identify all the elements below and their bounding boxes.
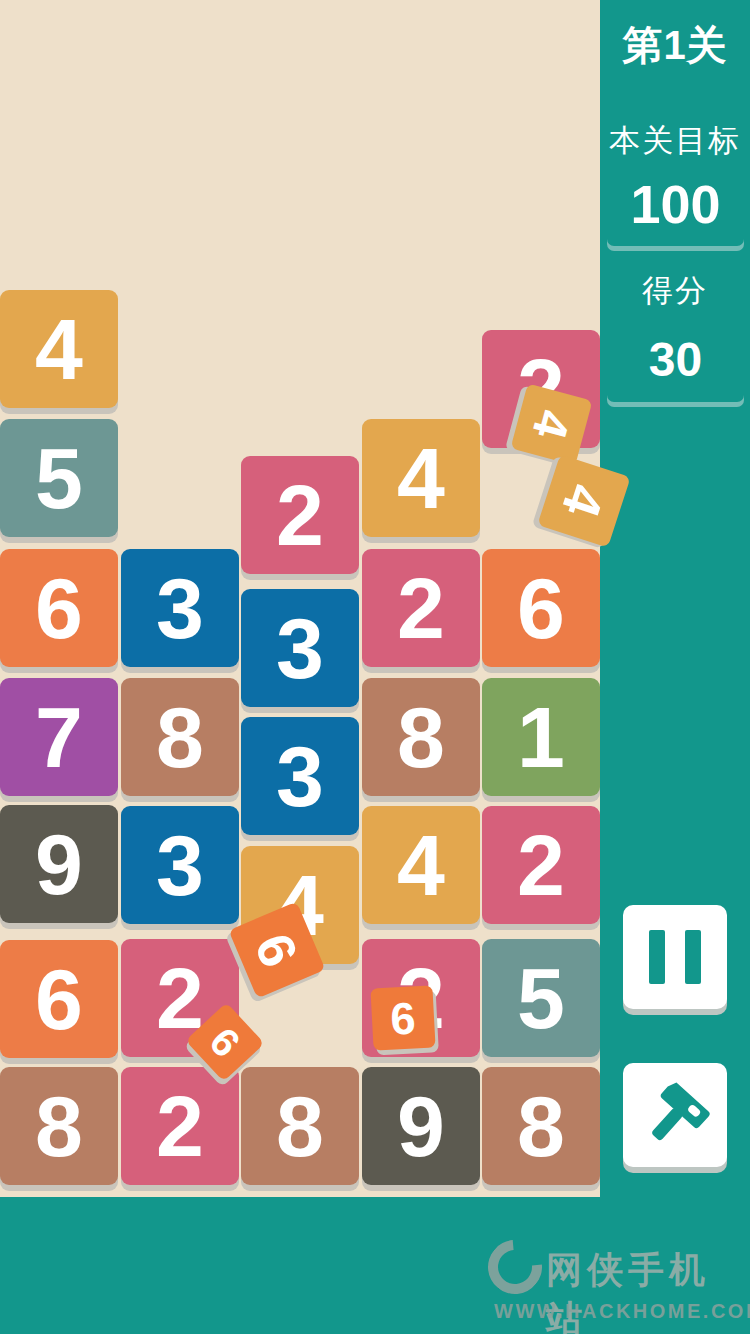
tile-2[interactable]: 2	[121, 1067, 239, 1185]
hammer-button[interactable]	[623, 1063, 727, 1167]
target-value: 100	[630, 173, 720, 235]
tile-2[interactable]: 2	[482, 806, 600, 924]
tile-6[interactable]: 6	[0, 940, 118, 1058]
game-screen: 4567968383222334842842926125844666 第1关 本…	[0, 0, 750, 1334]
target-label: 本关目标	[600, 120, 750, 162]
falling-tile-6[interactable]: 6	[370, 985, 435, 1050]
tile-3[interactable]: 3	[241, 717, 359, 835]
tile-8[interactable]: 8	[121, 678, 239, 796]
tile-5[interactable]: 5	[0, 419, 118, 537]
playfield: 4567968383222334842842926125844666	[0, 0, 600, 1197]
watermark-site-url: WWW.HACKHOME.COM	[494, 1300, 750, 1323]
tile-6[interactable]: 6	[0, 549, 118, 667]
tile-9[interactable]: 9	[362, 1067, 480, 1185]
pause-icon	[649, 930, 701, 984]
tile-4[interactable]: 4	[362, 806, 480, 924]
score-value: 30	[649, 332, 702, 387]
level-title: 第1关	[600, 18, 750, 73]
tile-4[interactable]: 4	[362, 419, 480, 537]
tile-8[interactable]: 8	[241, 1067, 359, 1185]
tile-7[interactable]: 7	[0, 678, 118, 796]
tile-5[interactable]: 5	[482, 939, 600, 1057]
tile-4[interactable]: 4	[0, 290, 118, 408]
tile-9[interactable]: 9	[0, 805, 118, 923]
tile-6[interactable]: 6	[482, 549, 600, 667]
score-value-badge: 30	[607, 317, 744, 402]
tile-8[interactable]: 8	[0, 1067, 118, 1185]
score-label: 得分	[600, 270, 750, 312]
tile-3[interactable]: 3	[241, 589, 359, 707]
tile-2[interactable]: 2	[241, 456, 359, 574]
hammer-icon	[638, 1078, 712, 1152]
tile-8[interactable]: 8	[362, 678, 480, 796]
tile-8[interactable]: 8	[482, 1067, 600, 1185]
falling-tile-4[interactable]: 4	[537, 454, 630, 547]
tile-3[interactable]: 3	[121, 549, 239, 667]
tile-2[interactable]: 2	[362, 549, 480, 667]
tile-3[interactable]: 3	[121, 806, 239, 924]
hackhome-swirl-logo	[477, 1229, 553, 1305]
target-value-badge: 100	[607, 162, 744, 246]
pause-button[interactable]	[623, 905, 727, 1009]
tile-1[interactable]: 1	[482, 678, 600, 796]
